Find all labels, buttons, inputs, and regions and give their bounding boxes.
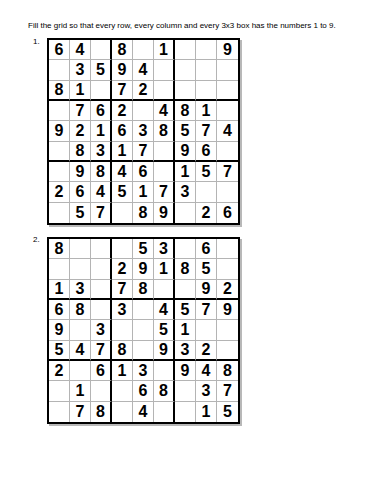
- sudoku-2-cell-r5c6: 5: [154, 320, 175, 340]
- sudoku-2-cell-r8c6: 8: [154, 381, 175, 401]
- sudoku-1-cell-r5c7: 5: [175, 121, 196, 141]
- sudoku-1-cell-r8c7: 3: [175, 182, 196, 202]
- sudoku-1-cell-r1c7[interactable]: [175, 40, 196, 60]
- sudoku-1-cell-r9c8: 2: [196, 203, 217, 223]
- sudoku-2-cell-r9c1[interactable]: [49, 402, 70, 422]
- sudoku-1-cell-r4c8: 1: [196, 101, 217, 121]
- sudoku-1-cell-r6c1[interactable]: [49, 142, 70, 162]
- sudoku-2-cell-r5c2[interactable]: [70, 320, 91, 340]
- sudoku-2-cell-r1c1: 8: [49, 239, 70, 259]
- sudoku-1-cell-r4c5[interactable]: [133, 101, 154, 121]
- sudoku-2-cell-r1c6: 3: [154, 239, 175, 259]
- sudoku-1-cell-r1c4: 8: [112, 40, 133, 60]
- sudoku-1-cell-r3c1: 8: [49, 81, 70, 101]
- sudoku-2-cell-r8c4[interactable]: [112, 381, 133, 401]
- sudoku-1-cell-r7c5: 6: [133, 162, 154, 182]
- sudoku-1-cell-r6c9[interactable]: [217, 142, 238, 162]
- sudoku-2-cell-r1c7[interactable]: [175, 239, 196, 259]
- sudoku-2-cell-r8c9: 7: [217, 381, 238, 401]
- sudoku-1-cell-r4c1[interactable]: [49, 101, 70, 121]
- sudoku-1-cell-r6c6[interactable]: [154, 142, 175, 162]
- sudoku-1-cell-r6c3: 3: [91, 142, 112, 162]
- sudoku-2-cell-r6c8: 2: [196, 341, 217, 361]
- sudoku-1-cell-r3c7[interactable]: [175, 81, 196, 101]
- sudoku-1-cell-r1c2: 4: [70, 40, 91, 60]
- sudoku-1-cell-r2c2: 3: [70, 60, 91, 80]
- puzzle-2-label: 2.: [33, 235, 40, 244]
- sudoku-2-cell-r7c2[interactable]: [70, 361, 91, 381]
- sudoku-1-cell-r5c6: 8: [154, 121, 175, 141]
- sudoku-1-cell-r7c2: 9: [70, 162, 91, 182]
- sudoku-2-cell-r9c2: 7: [70, 402, 91, 422]
- sudoku-1-cell-r2c5: 4: [133, 60, 154, 80]
- sudoku-2-cell-r5c5[interactable]: [133, 320, 154, 340]
- sudoku-2-cell-r2c1[interactable]: [49, 259, 70, 279]
- sudoku-2-cell-r2c3[interactable]: [91, 259, 112, 279]
- sudoku-2-cell-r2c5: 9: [133, 259, 154, 279]
- sudoku-1-cell-r9c9: 6: [217, 203, 238, 223]
- sudoku-1-cell-r3c6[interactable]: [154, 81, 175, 101]
- sudoku-1-cell-r5c8: 7: [196, 121, 217, 141]
- sudoku-1-cell-r5c1: 9: [49, 121, 70, 141]
- sudoku-1-cell-r1c3[interactable]: [91, 40, 112, 60]
- sudoku-2-cell-r3c7[interactable]: [175, 280, 196, 300]
- sudoku-1-cell-r3c9[interactable]: [217, 81, 238, 101]
- sudoku-2-cell-r5c9[interactable]: [217, 320, 238, 340]
- sudoku-1-cell-r6c2: 8: [70, 142, 91, 162]
- sudoku-2-cell-r2c7: 8: [175, 259, 196, 279]
- sudoku-2-cell-r7c6[interactable]: [154, 361, 175, 381]
- sudoku-1-cell-r9c2: 5: [70, 203, 91, 223]
- sudoku-1-cell-r4c6: 4: [154, 101, 175, 121]
- sudoku-2-cell-r1c4[interactable]: [112, 239, 133, 259]
- sudoku-1-cell-r3c4: 7: [112, 81, 133, 101]
- sudoku-2-cell-r6c9[interactable]: [217, 341, 238, 361]
- sudoku-1-cell-r2c8[interactable]: [196, 60, 217, 80]
- sudoku-2-cell-r4c1: 6: [49, 300, 70, 320]
- worksheet-page: Fill the grid so that every row, every c…: [0, 0, 386, 500]
- sudoku-1-cell-r1c1: 6: [49, 40, 70, 60]
- sudoku-2-cell-r9c8: 1: [196, 402, 217, 422]
- sudoku-1-cell-r3c5: 2: [133, 81, 154, 101]
- sudoku-2-cell-r2c8: 5: [196, 259, 217, 279]
- sudoku-1-cell-r2c4: 9: [112, 60, 133, 80]
- sudoku-2-cell-r2c9[interactable]: [217, 259, 238, 279]
- sudoku-2-cell-r7c3: 6: [91, 361, 112, 381]
- sudoku-1-cell-r1c9: 9: [217, 40, 238, 60]
- sudoku-2-cell-r9c3: 8: [91, 402, 112, 422]
- sudoku-1-cell-r8c2: 6: [70, 182, 91, 202]
- sudoku-1-cell-r8c9[interactable]: [217, 182, 238, 202]
- sudoku-1-cell-r2c7[interactable]: [175, 60, 196, 80]
- sudoku-1-cell-r8c1: 2: [49, 182, 70, 202]
- sudoku-2-cell-r6c1: 5: [49, 341, 70, 361]
- sudoku-grid-1: 6481935948172762481921638574831796984615…: [47, 38, 240, 225]
- sudoku-1-cell-r7c9: 7: [217, 162, 238, 182]
- sudoku-1-cell-r7c8: 5: [196, 162, 217, 182]
- sudoku-2-cell-r6c5[interactable]: [133, 341, 154, 361]
- sudoku-2-cell-r7c5: 3: [133, 361, 154, 381]
- sudoku-2-cell-r5c3: 3: [91, 320, 112, 340]
- sudoku-1-cell-r7c3: 8: [91, 162, 112, 182]
- sudoku-1-cell-r9c1[interactable]: [49, 203, 70, 223]
- sudoku-1-cell-r5c3: 1: [91, 121, 112, 141]
- sudoku-2-cell-r7c8: 4: [196, 361, 217, 381]
- sudoku-2-cell-r4c2: 8: [70, 300, 91, 320]
- sudoku-2-cell-r4c6: 4: [154, 300, 175, 320]
- sudoku-1-cell-r2c9[interactable]: [217, 60, 238, 80]
- sudoku-2-cell-r9c4[interactable]: [112, 402, 133, 422]
- sudoku-1-cell-r5c2: 2: [70, 121, 91, 141]
- sudoku-1-cell-r8c6: 7: [154, 182, 175, 202]
- sudoku-1-cell-r9c6: 9: [154, 203, 175, 223]
- sudoku-2-cell-r8c7[interactable]: [175, 381, 196, 401]
- sudoku-2-cell-r2c4: 2: [112, 259, 133, 279]
- sudoku-1-cell-r2c1[interactable]: [49, 60, 70, 80]
- sudoku-1-cell-r3c3[interactable]: [91, 81, 112, 101]
- sudoku-1-cell-r3c8[interactable]: [196, 81, 217, 101]
- sudoku-2-cell-r1c2[interactable]: [70, 239, 91, 259]
- sudoku-2-cell-r3c9: 2: [217, 280, 238, 300]
- sudoku-grid-2: 8536291851378926834579935154789322613948…: [47, 237, 240, 424]
- sudoku-2-cell-r3c1: 1: [49, 280, 70, 300]
- sudoku-1-cell-r3c2: 1: [70, 81, 91, 101]
- sudoku-2-cell-r5c1: 9: [49, 320, 70, 340]
- sudoku-2-cell-r3c2: 3: [70, 280, 91, 300]
- sudoku-2-cell-r7c9: 8: [217, 361, 238, 381]
- sudoku-2-cell-r4c9: 9: [217, 300, 238, 320]
- sudoku-2-cell-r1c8: 6: [196, 239, 217, 259]
- sudoku-2-cell-r3c3[interactable]: [91, 280, 112, 300]
- sudoku-2-cell-r3c5: 8: [133, 280, 154, 300]
- sudoku-2-cell-r6c3: 7: [91, 341, 112, 361]
- sudoku-1-cell-r4c7: 8: [175, 101, 196, 121]
- sudoku-2-cell-r9c7[interactable]: [175, 402, 196, 422]
- sudoku-2-cell-r3c6[interactable]: [154, 280, 175, 300]
- sudoku-1-cell-r9c5: 8: [133, 203, 154, 223]
- sudoku-2-cell-r8c5: 6: [133, 381, 154, 401]
- sudoku-2-cell-r3c8: 9: [196, 280, 217, 300]
- sudoku-2-cell-r9c6[interactable]: [154, 402, 175, 422]
- sudoku-2-cell-r6c7: 3: [175, 341, 196, 361]
- sudoku-1-cell-r4c4: 2: [112, 101, 133, 121]
- sudoku-1-cell-r6c5: 7: [133, 142, 154, 162]
- sudoku-1-cell-r5c4: 6: [112, 121, 133, 141]
- instruction-text: Fill the grid so that every row, every c…: [28, 21, 336, 30]
- sudoku-1-cell-r4c9[interactable]: [217, 101, 238, 121]
- sudoku-2-cell-r9c9: 5: [217, 402, 238, 422]
- sudoku-1-cell-r8c5: 1: [133, 182, 154, 202]
- sudoku-2-cell-r1c9[interactable]: [217, 239, 238, 259]
- sudoku-1-cell-r7c4: 4: [112, 162, 133, 182]
- sudoku-1-cell-r6c8: 6: [196, 142, 217, 162]
- sudoku-1-cell-r6c4: 1: [112, 142, 133, 162]
- sudoku-2-cell-r8c1[interactable]: [49, 381, 70, 401]
- sudoku-2-cell-r6c4: 8: [112, 341, 133, 361]
- sudoku-2-cell-r2c2[interactable]: [70, 259, 91, 279]
- sudoku-1-cell-r4c2: 7: [70, 101, 91, 121]
- sudoku-1-cell-r2c6[interactable]: [154, 60, 175, 80]
- sudoku-1-cell-r7c7: 1: [175, 162, 196, 182]
- sudoku-2-cell-r7c7: 9: [175, 361, 196, 381]
- sudoku-2-cell-r1c5: 5: [133, 239, 154, 259]
- sudoku-1-cell-r6c7: 9: [175, 142, 196, 162]
- sudoku-2-cell-r4c5[interactable]: [133, 300, 154, 320]
- sudoku-2-cell-r5c8[interactable]: [196, 320, 217, 340]
- sudoku-1-cell-r1c5[interactable]: [133, 40, 154, 60]
- sudoku-2-cell-r8c3[interactable]: [91, 381, 112, 401]
- sudoku-2-cell-r6c6: 9: [154, 341, 175, 361]
- sudoku-1-cell-r8c4: 5: [112, 182, 133, 202]
- sudoku-2-cell-r9c5: 4: [133, 402, 154, 422]
- sudoku-1-cell-r9c7[interactable]: [175, 203, 196, 223]
- sudoku-1-cell-r5c5: 3: [133, 121, 154, 141]
- sudoku-1-cell-r8c3: 4: [91, 182, 112, 202]
- sudoku-2-cell-r7c4: 1: [112, 361, 133, 381]
- sudoku-1-cell-r1c6: 1: [154, 40, 175, 60]
- sudoku-1-cell-r9c4[interactable]: [112, 203, 133, 223]
- sudoku-1-cell-r7c1[interactable]: [49, 162, 70, 182]
- sudoku-2-cell-r1c3[interactable]: [91, 239, 112, 259]
- sudoku-2-cell-r6c2: 4: [70, 341, 91, 361]
- sudoku-1-cell-r9c3: 7: [91, 203, 112, 223]
- puzzle-1-label: 1.: [33, 37, 40, 46]
- sudoku-2-cell-r7c1: 2: [49, 361, 70, 381]
- sudoku-1-cell-r7c6[interactable]: [154, 162, 175, 182]
- sudoku-1-cell-r1c8[interactable]: [196, 40, 217, 60]
- sudoku-1-cell-r8c8[interactable]: [196, 182, 217, 202]
- sudoku-2-cell-r4c7: 5: [175, 300, 196, 320]
- sudoku-1-cell-r4c3: 6: [91, 101, 112, 121]
- sudoku-2-cell-r3c4: 7: [112, 280, 133, 300]
- sudoku-2-cell-r8c8: 3: [196, 381, 217, 401]
- sudoku-2-cell-r4c3[interactable]: [91, 300, 112, 320]
- sudoku-2-cell-r4c8: 7: [196, 300, 217, 320]
- sudoku-2-cell-r5c7: 1: [175, 320, 196, 340]
- sudoku-2-cell-r2c6: 1: [154, 259, 175, 279]
- sudoku-2-cell-r5c4[interactable]: [112, 320, 133, 340]
- sudoku-1-cell-r2c3: 5: [91, 60, 112, 80]
- sudoku-2-cell-r8c2: 1: [70, 381, 91, 401]
- sudoku-2-cell-r4c4: 3: [112, 300, 133, 320]
- sudoku-1-cell-r5c9: 4: [217, 121, 238, 141]
